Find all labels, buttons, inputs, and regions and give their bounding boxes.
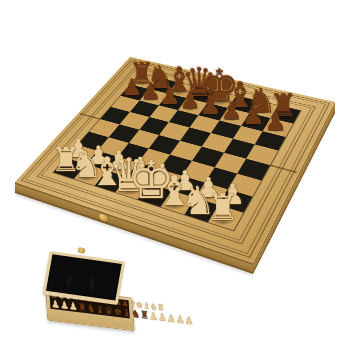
case-clasp-icon — [78, 248, 86, 254]
board-grid — [54, 74, 301, 231]
tray-piece: ♟ — [184, 315, 194, 326]
case-lid-felt — [47, 255, 120, 299]
brass-clasp-icon — [99, 212, 109, 222]
chess-board — [15, 57, 335, 263]
product-photo: ♜♞♝♛♚♝♞♜♟♟♟♟♟♟♟♟♟♟♟♟♟♟♟♟♜♞♝♛♚♝♞♜ ♜♞♝♟♟♟♟… — [0, 0, 360, 360]
